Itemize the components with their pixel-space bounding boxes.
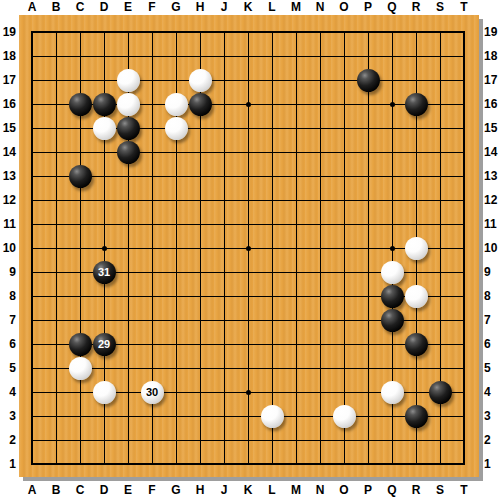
- intersection-B9[interactable]: [44, 260, 68, 284]
- intersection-G7[interactable]: [164, 308, 188, 332]
- intersection-S10[interactable]: [428, 236, 452, 260]
- intersection-J12[interactable]: [212, 188, 236, 212]
- intersection-Q14[interactable]: [380, 140, 404, 164]
- intersection-R17[interactable]: [404, 68, 428, 92]
- intersection-J14[interactable]: [212, 140, 236, 164]
- intersection-O13[interactable]: [332, 164, 356, 188]
- intersection-F4[interactable]: 30: [140, 380, 164, 404]
- intersection-S1[interactable]: [428, 452, 452, 476]
- intersection-F8[interactable]: [140, 284, 164, 308]
- intersection-L5[interactable]: [260, 356, 284, 380]
- intersection-O15[interactable]: [332, 116, 356, 140]
- intersection-G19[interactable]: [164, 20, 188, 44]
- intersection-J7[interactable]: [212, 308, 236, 332]
- intersection-D15[interactable]: [92, 116, 116, 140]
- intersection-B1[interactable]: [44, 452, 68, 476]
- intersection-E7[interactable]: [116, 308, 140, 332]
- intersection-R18[interactable]: [404, 44, 428, 68]
- intersection-B15[interactable]: [44, 116, 68, 140]
- intersection-D18[interactable]: [92, 44, 116, 68]
- intersection-E15[interactable]: [116, 116, 140, 140]
- intersection-B17[interactable]: [44, 68, 68, 92]
- intersection-P7[interactable]: [356, 308, 380, 332]
- intersection-S3[interactable]: [428, 404, 452, 428]
- intersection-P10[interactable]: [356, 236, 380, 260]
- intersection-J4[interactable]: [212, 380, 236, 404]
- intersection-E12[interactable]: [116, 188, 140, 212]
- intersection-D19[interactable]: [92, 20, 116, 44]
- intersection-P5[interactable]: [356, 356, 380, 380]
- intersection-N10[interactable]: [308, 236, 332, 260]
- intersection-F2[interactable]: [140, 428, 164, 452]
- intersection-Q7[interactable]: [380, 308, 404, 332]
- intersection-H15[interactable]: [188, 116, 212, 140]
- intersection-H4[interactable]: [188, 380, 212, 404]
- intersection-G6[interactable]: [164, 332, 188, 356]
- intersection-R10[interactable]: [404, 236, 428, 260]
- intersection-G12[interactable]: [164, 188, 188, 212]
- intersection-K8[interactable]: [236, 284, 260, 308]
- intersection-N5[interactable]: [308, 356, 332, 380]
- intersection-M18[interactable]: [284, 44, 308, 68]
- intersection-B16[interactable]: [44, 92, 68, 116]
- intersection-D16[interactable]: [92, 92, 116, 116]
- intersection-A12[interactable]: [20, 188, 44, 212]
- intersection-L10[interactable]: [260, 236, 284, 260]
- intersection-N8[interactable]: [308, 284, 332, 308]
- intersection-L16[interactable]: [260, 92, 284, 116]
- intersection-T4[interactable]: [452, 380, 476, 404]
- intersection-D14[interactable]: [92, 140, 116, 164]
- intersection-N1[interactable]: [308, 452, 332, 476]
- intersection-P1[interactable]: [356, 452, 380, 476]
- intersection-K5[interactable]: [236, 356, 260, 380]
- intersection-B13[interactable]: [44, 164, 68, 188]
- intersection-M1[interactable]: [284, 452, 308, 476]
- intersection-J5[interactable]: [212, 356, 236, 380]
- intersection-N12[interactable]: [308, 188, 332, 212]
- intersection-T12[interactable]: [452, 188, 476, 212]
- intersection-J6[interactable]: [212, 332, 236, 356]
- intersection-E6[interactable]: [116, 332, 140, 356]
- intersection-N2[interactable]: [308, 428, 332, 452]
- intersection-A6[interactable]: [20, 332, 44, 356]
- intersection-E13[interactable]: [116, 164, 140, 188]
- intersection-B8[interactable]: [44, 284, 68, 308]
- intersection-K6[interactable]: [236, 332, 260, 356]
- intersection-N16[interactable]: [308, 92, 332, 116]
- intersection-H3[interactable]: [188, 404, 212, 428]
- intersection-E4[interactable]: [116, 380, 140, 404]
- intersection-N6[interactable]: [308, 332, 332, 356]
- intersection-D11[interactable]: [92, 212, 116, 236]
- intersection-M17[interactable]: [284, 68, 308, 92]
- intersection-H13[interactable]: [188, 164, 212, 188]
- intersection-G17[interactable]: [164, 68, 188, 92]
- intersection-S9[interactable]: [428, 260, 452, 284]
- intersection-P6[interactable]: [356, 332, 380, 356]
- intersection-S17[interactable]: [428, 68, 452, 92]
- intersection-L13[interactable]: [260, 164, 284, 188]
- intersection-K10[interactable]: [236, 236, 260, 260]
- intersection-H2[interactable]: [188, 428, 212, 452]
- intersection-R11[interactable]: [404, 212, 428, 236]
- intersection-K19[interactable]: [236, 20, 260, 44]
- intersection-S15[interactable]: [428, 116, 452, 140]
- intersection-R19[interactable]: [404, 20, 428, 44]
- intersection-J9[interactable]: [212, 260, 236, 284]
- intersection-E1[interactable]: [116, 452, 140, 476]
- intersection-C15[interactable]: [68, 116, 92, 140]
- intersection-M5[interactable]: [284, 356, 308, 380]
- intersection-J19[interactable]: [212, 20, 236, 44]
- intersection-O12[interactable]: [332, 188, 356, 212]
- intersection-R8[interactable]: [404, 284, 428, 308]
- intersection-O19[interactable]: [332, 20, 356, 44]
- intersection-O11[interactable]: [332, 212, 356, 236]
- intersection-M9[interactable]: [284, 260, 308, 284]
- intersection-S13[interactable]: [428, 164, 452, 188]
- intersection-S5[interactable]: [428, 356, 452, 380]
- intersection-R14[interactable]: [404, 140, 428, 164]
- intersection-K17[interactable]: [236, 68, 260, 92]
- intersection-Q3[interactable]: [380, 404, 404, 428]
- intersection-A9[interactable]: [20, 260, 44, 284]
- intersection-A1[interactable]: [20, 452, 44, 476]
- intersection-C11[interactable]: [68, 212, 92, 236]
- intersection-T6[interactable]: [452, 332, 476, 356]
- intersection-O4[interactable]: [332, 380, 356, 404]
- intersection-K11[interactable]: [236, 212, 260, 236]
- intersection-C14[interactable]: [68, 140, 92, 164]
- intersection-Q13[interactable]: [380, 164, 404, 188]
- intersection-T8[interactable]: [452, 284, 476, 308]
- intersection-L6[interactable]: [260, 332, 284, 356]
- intersection-K12[interactable]: [236, 188, 260, 212]
- intersection-H18[interactable]: [188, 44, 212, 68]
- intersection-T14[interactable]: [452, 140, 476, 164]
- intersection-N7[interactable]: [308, 308, 332, 332]
- intersection-G5[interactable]: [164, 356, 188, 380]
- intersection-B18[interactable]: [44, 44, 68, 68]
- intersection-F14[interactable]: [140, 140, 164, 164]
- intersection-A10[interactable]: [20, 236, 44, 260]
- intersection-J3[interactable]: [212, 404, 236, 428]
- intersection-T17[interactable]: [452, 68, 476, 92]
- intersection-N19[interactable]: [308, 20, 332, 44]
- intersection-F18[interactable]: [140, 44, 164, 68]
- intersection-L8[interactable]: [260, 284, 284, 308]
- intersection-P9[interactable]: [356, 260, 380, 284]
- intersection-B12[interactable]: [44, 188, 68, 212]
- intersection-M12[interactable]: [284, 188, 308, 212]
- intersection-J18[interactable]: [212, 44, 236, 68]
- intersection-Q1[interactable]: [380, 452, 404, 476]
- intersection-K13[interactable]: [236, 164, 260, 188]
- intersection-L15[interactable]: [260, 116, 284, 140]
- intersection-D4[interactable]: [92, 380, 116, 404]
- intersection-E17[interactable]: [116, 68, 140, 92]
- intersection-J15[interactable]: [212, 116, 236, 140]
- intersection-L14[interactable]: [260, 140, 284, 164]
- intersection-H5[interactable]: [188, 356, 212, 380]
- intersection-B7[interactable]: [44, 308, 68, 332]
- intersection-C13[interactable]: [68, 164, 92, 188]
- intersection-H19[interactable]: [188, 20, 212, 44]
- intersection-L12[interactable]: [260, 188, 284, 212]
- intersection-T15[interactable]: [452, 116, 476, 140]
- intersection-H8[interactable]: [188, 284, 212, 308]
- intersection-P4[interactable]: [356, 380, 380, 404]
- intersection-S7[interactable]: [428, 308, 452, 332]
- intersection-T10[interactable]: [452, 236, 476, 260]
- intersection-S6[interactable]: [428, 332, 452, 356]
- intersection-A16[interactable]: [20, 92, 44, 116]
- intersection-M14[interactable]: [284, 140, 308, 164]
- intersection-L2[interactable]: [260, 428, 284, 452]
- intersection-B10[interactable]: [44, 236, 68, 260]
- intersection-J11[interactable]: [212, 212, 236, 236]
- intersection-K1[interactable]: [236, 452, 260, 476]
- intersection-F6[interactable]: [140, 332, 164, 356]
- intersection-R1[interactable]: [404, 452, 428, 476]
- intersection-R4[interactable]: [404, 380, 428, 404]
- intersection-P17[interactable]: [356, 68, 380, 92]
- intersection-G15[interactable]: [164, 116, 188, 140]
- intersection-D9[interactable]: 31: [92, 260, 116, 284]
- intersection-T11[interactable]: [452, 212, 476, 236]
- intersection-K3[interactable]: [236, 404, 260, 428]
- intersection-M13[interactable]: [284, 164, 308, 188]
- intersection-A15[interactable]: [20, 116, 44, 140]
- intersection-B3[interactable]: [44, 404, 68, 428]
- intersection-R9[interactable]: [404, 260, 428, 284]
- intersection-B4[interactable]: [44, 380, 68, 404]
- intersection-L11[interactable]: [260, 212, 284, 236]
- intersection-P16[interactable]: [356, 92, 380, 116]
- intersection-R7[interactable]: [404, 308, 428, 332]
- intersection-O7[interactable]: [332, 308, 356, 332]
- intersection-M7[interactable]: [284, 308, 308, 332]
- intersection-T18[interactable]: [452, 44, 476, 68]
- intersection-J16[interactable]: [212, 92, 236, 116]
- intersection-K14[interactable]: [236, 140, 260, 164]
- intersection-O5[interactable]: [332, 356, 356, 380]
- intersection-L7[interactable]: [260, 308, 284, 332]
- intersection-D12[interactable]: [92, 188, 116, 212]
- intersection-D6[interactable]: 29: [92, 332, 116, 356]
- intersection-F11[interactable]: [140, 212, 164, 236]
- intersection-G16[interactable]: [164, 92, 188, 116]
- intersection-H9[interactable]: [188, 260, 212, 284]
- intersection-E2[interactable]: [116, 428, 140, 452]
- intersection-M6[interactable]: [284, 332, 308, 356]
- intersection-J10[interactable]: [212, 236, 236, 260]
- intersection-A13[interactable]: [20, 164, 44, 188]
- intersection-C1[interactable]: [68, 452, 92, 476]
- intersection-Q4[interactable]: [380, 380, 404, 404]
- intersection-H12[interactable]: [188, 188, 212, 212]
- intersection-Q9[interactable]: [380, 260, 404, 284]
- intersection-A8[interactable]: [20, 284, 44, 308]
- intersection-K7[interactable]: [236, 308, 260, 332]
- intersection-B11[interactable]: [44, 212, 68, 236]
- intersection-B19[interactable]: [44, 20, 68, 44]
- intersection-J8[interactable]: [212, 284, 236, 308]
- intersection-R5[interactable]: [404, 356, 428, 380]
- intersection-P14[interactable]: [356, 140, 380, 164]
- intersection-H17[interactable]: [188, 68, 212, 92]
- intersection-M16[interactable]: [284, 92, 308, 116]
- intersection-C10[interactable]: [68, 236, 92, 260]
- intersection-C8[interactable]: [68, 284, 92, 308]
- intersection-D13[interactable]: [92, 164, 116, 188]
- intersection-N18[interactable]: [308, 44, 332, 68]
- intersection-G9[interactable]: [164, 260, 188, 284]
- intersection-C12[interactable]: [68, 188, 92, 212]
- intersection-O17[interactable]: [332, 68, 356, 92]
- intersection-R2[interactable]: [404, 428, 428, 452]
- intersection-S14[interactable]: [428, 140, 452, 164]
- intersection-C16[interactable]: [68, 92, 92, 116]
- intersection-D1[interactable]: [92, 452, 116, 476]
- intersection-D2[interactable]: [92, 428, 116, 452]
- intersection-F9[interactable]: [140, 260, 164, 284]
- intersection-M19[interactable]: [284, 20, 308, 44]
- intersection-B6[interactable]: [44, 332, 68, 356]
- intersection-D3[interactable]: [92, 404, 116, 428]
- intersection-F13[interactable]: [140, 164, 164, 188]
- intersection-O2[interactable]: [332, 428, 356, 452]
- intersection-Q19[interactable]: [380, 20, 404, 44]
- intersection-H11[interactable]: [188, 212, 212, 236]
- intersection-C9[interactable]: [68, 260, 92, 284]
- intersection-Q8[interactable]: [380, 284, 404, 308]
- intersection-C18[interactable]: [68, 44, 92, 68]
- intersection-S19[interactable]: [428, 20, 452, 44]
- intersection-E18[interactable]: [116, 44, 140, 68]
- intersection-O18[interactable]: [332, 44, 356, 68]
- intersection-P3[interactable]: [356, 404, 380, 428]
- intersection-N11[interactable]: [308, 212, 332, 236]
- intersection-M8[interactable]: [284, 284, 308, 308]
- intersection-G18[interactable]: [164, 44, 188, 68]
- intersection-J1[interactable]: [212, 452, 236, 476]
- intersection-B5[interactable]: [44, 356, 68, 380]
- intersection-E16[interactable]: [116, 92, 140, 116]
- intersection-M4[interactable]: [284, 380, 308, 404]
- intersection-Q6[interactable]: [380, 332, 404, 356]
- intersection-K9[interactable]: [236, 260, 260, 284]
- intersection-F3[interactable]: [140, 404, 164, 428]
- intersection-K18[interactable]: [236, 44, 260, 68]
- intersection-K4[interactable]: [236, 380, 260, 404]
- intersection-O10[interactable]: [332, 236, 356, 260]
- intersection-L17[interactable]: [260, 68, 284, 92]
- intersection-D5[interactable]: [92, 356, 116, 380]
- intersection-E9[interactable]: [116, 260, 140, 284]
- intersection-D7[interactable]: [92, 308, 116, 332]
- intersection-G10[interactable]: [164, 236, 188, 260]
- intersection-A14[interactable]: [20, 140, 44, 164]
- intersection-S12[interactable]: [428, 188, 452, 212]
- intersection-H14[interactable]: [188, 140, 212, 164]
- intersection-N17[interactable]: [308, 68, 332, 92]
- intersection-T2[interactable]: [452, 428, 476, 452]
- intersection-M2[interactable]: [284, 428, 308, 452]
- intersection-E8[interactable]: [116, 284, 140, 308]
- intersection-L19[interactable]: [260, 20, 284, 44]
- intersection-R6[interactable]: [404, 332, 428, 356]
- intersection-R3[interactable]: [404, 404, 428, 428]
- intersection-G3[interactable]: [164, 404, 188, 428]
- intersection-P12[interactable]: [356, 188, 380, 212]
- intersection-H16[interactable]: [188, 92, 212, 116]
- intersection-P15[interactable]: [356, 116, 380, 140]
- intersection-N15[interactable]: [308, 116, 332, 140]
- intersection-P18[interactable]: [356, 44, 380, 68]
- intersection-Q18[interactable]: [380, 44, 404, 68]
- intersection-H1[interactable]: [188, 452, 212, 476]
- intersection-D17[interactable]: [92, 68, 116, 92]
- intersection-M15[interactable]: [284, 116, 308, 140]
- intersection-F7[interactable]: [140, 308, 164, 332]
- intersection-C2[interactable]: [68, 428, 92, 452]
- intersection-F15[interactable]: [140, 116, 164, 140]
- intersection-C5[interactable]: [68, 356, 92, 380]
- intersection-G1[interactable]: [164, 452, 188, 476]
- intersection-O16[interactable]: [332, 92, 356, 116]
- intersection-L3[interactable]: [260, 404, 284, 428]
- intersection-H6[interactable]: [188, 332, 212, 356]
- intersection-S4[interactable]: [428, 380, 452, 404]
- intersection-Q17[interactable]: [380, 68, 404, 92]
- intersection-K16[interactable]: [236, 92, 260, 116]
- intersection-F1[interactable]: [140, 452, 164, 476]
- intersection-O3[interactable]: [332, 404, 356, 428]
- intersection-C17[interactable]: [68, 68, 92, 92]
- intersection-P11[interactable]: [356, 212, 380, 236]
- intersection-P13[interactable]: [356, 164, 380, 188]
- intersection-F10[interactable]: [140, 236, 164, 260]
- intersection-Q5[interactable]: [380, 356, 404, 380]
- intersection-E5[interactable]: [116, 356, 140, 380]
- intersection-M3[interactable]: [284, 404, 308, 428]
- intersection-G2[interactable]: [164, 428, 188, 452]
- intersection-T16[interactable]: [452, 92, 476, 116]
- intersection-A3[interactable]: [20, 404, 44, 428]
- intersection-E14[interactable]: [116, 140, 140, 164]
- intersection-P2[interactable]: [356, 428, 380, 452]
- intersection-F5[interactable]: [140, 356, 164, 380]
- intersection-A5[interactable]: [20, 356, 44, 380]
- intersection-R13[interactable]: [404, 164, 428, 188]
- intersection-S11[interactable]: [428, 212, 452, 236]
- intersection-G14[interactable]: [164, 140, 188, 164]
- intersection-M11[interactable]: [284, 212, 308, 236]
- intersection-N13[interactable]: [308, 164, 332, 188]
- intersection-C6[interactable]: [68, 332, 92, 356]
- intersection-F19[interactable]: [140, 20, 164, 44]
- intersection-T7[interactable]: [452, 308, 476, 332]
- intersection-N9[interactable]: [308, 260, 332, 284]
- intersection-L18[interactable]: [260, 44, 284, 68]
- intersection-H7[interactable]: [188, 308, 212, 332]
- intersection-E11[interactable]: [116, 212, 140, 236]
- intersection-Q16[interactable]: [380, 92, 404, 116]
- intersection-G11[interactable]: [164, 212, 188, 236]
- intersection-Q2[interactable]: [380, 428, 404, 452]
